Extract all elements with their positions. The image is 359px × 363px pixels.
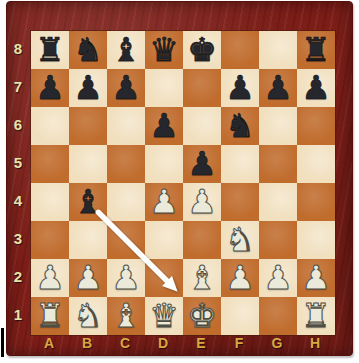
square-c7[interactable]: ♟: [107, 69, 145, 107]
white-pawn-a2[interactable]: ♟: [35, 259, 65, 297]
square-d3[interactable]: [145, 221, 183, 259]
square-g3[interactable]: [259, 221, 297, 259]
file-label-g: G: [258, 334, 296, 354]
square-e2[interactable]: ♝: [183, 259, 221, 297]
square-d4[interactable]: ♟: [145, 183, 183, 221]
square-g4[interactable]: [259, 183, 297, 221]
square-c3[interactable]: [107, 221, 145, 259]
square-f6[interactable]: ♞: [221, 107, 259, 145]
chess-diagram: 87654321 ABCDEFGH ♜♞♝♛♚♜♟♟♟♟♟♟♟♞♟♝♟♟♞♟♟♟…: [0, 0, 359, 363]
file-label-b: B: [68, 334, 106, 354]
black-bishop-c8[interactable]: ♝: [111, 31, 141, 69]
square-e3[interactable]: [183, 221, 221, 259]
white-rook-a1[interactable]: ♜: [35, 297, 65, 335]
file-label-c: C: [106, 334, 144, 354]
square-b5[interactable]: [69, 145, 107, 183]
white-knight-b1[interactable]: ♞: [73, 297, 103, 335]
white-king-e1[interactable]: ♚: [187, 297, 217, 335]
rank-label-6: 6: [6, 106, 30, 144]
square-g5[interactable]: [259, 145, 297, 183]
square-b4[interactable]: ♝: [69, 183, 107, 221]
square-b8[interactable]: ♞: [69, 31, 107, 69]
square-a7[interactable]: ♟: [31, 69, 69, 107]
black-pawn-c7[interactable]: ♟: [111, 69, 141, 107]
square-f4[interactable]: [221, 183, 259, 221]
white-pawn-h2[interactable]: ♟: [301, 259, 331, 297]
black-bishop-b4[interactable]: ♝: [73, 183, 103, 221]
rank-label-4: 4: [6, 182, 30, 220]
square-c1[interactable]: ♝: [107, 297, 145, 335]
black-rook-a8[interactable]: ♜: [35, 31, 65, 69]
white-pawn-c2[interactable]: ♟: [111, 259, 141, 297]
black-pawn-d6[interactable]: ♟: [149, 107, 179, 145]
white-queen-d1[interactable]: ♛: [149, 297, 179, 335]
white-bishop-e2[interactable]: ♝: [187, 259, 217, 297]
file-labels: ABCDEFGH: [30, 334, 334, 354]
square-d1[interactable]: ♛: [145, 297, 183, 335]
white-pawn-f2[interactable]: ♟: [225, 259, 255, 297]
rank-label-7: 7: [6, 68, 30, 106]
black-queen-d8[interactable]: ♛: [149, 31, 179, 69]
square-g2[interactable]: ♟: [259, 259, 297, 297]
square-b6[interactable]: [69, 107, 107, 145]
square-h7[interactable]: ♟: [297, 69, 335, 107]
square-h1[interactable]: ♜: [297, 297, 335, 335]
square-d6[interactable]: ♟: [145, 107, 183, 145]
black-pawn-g7[interactable]: ♟: [263, 69, 293, 107]
square-b1[interactable]: ♞: [69, 297, 107, 335]
square-g6[interactable]: [259, 107, 297, 145]
square-g7[interactable]: ♟: [259, 69, 297, 107]
square-f2[interactable]: ♟: [221, 259, 259, 297]
square-c2[interactable]: ♟: [107, 259, 145, 297]
rank-labels: 87654321: [6, 30, 30, 334]
rank-label-3: 3: [6, 220, 30, 258]
square-f5[interactable]: [221, 145, 259, 183]
square-e7[interactable]: [183, 69, 221, 107]
square-a6[interactable]: [31, 107, 69, 145]
rank-label-2: 2: [6, 258, 30, 296]
square-d8[interactable]: ♛: [145, 31, 183, 69]
square-d2[interactable]: [145, 259, 183, 297]
board: ♜♞♝♛♚♜♟♟♟♟♟♟♟♞♟♝♟♟♞♟♟♟♝♟♟♟♜♞♝♛♚♜: [30, 30, 336, 336]
square-e8[interactable]: ♚: [183, 31, 221, 69]
square-a8[interactable]: ♜: [31, 31, 69, 69]
rank-label-5: 5: [6, 144, 30, 182]
cursor-artifact: [1, 328, 4, 357]
black-pawn-e5[interactable]: ♟: [187, 145, 217, 183]
square-b2[interactable]: ♟: [69, 259, 107, 297]
square-e4[interactable]: ♟: [183, 183, 221, 221]
black-king-e8[interactable]: ♚: [187, 31, 217, 69]
square-h2[interactable]: ♟: [297, 259, 335, 297]
square-a4[interactable]: [31, 183, 69, 221]
black-pawn-h7[interactable]: ♟: [301, 69, 331, 107]
square-h8[interactable]: ♜: [297, 31, 335, 69]
square-c6[interactable]: [107, 107, 145, 145]
black-knight-b8[interactable]: ♞: [73, 31, 103, 69]
file-label-a: A: [30, 334, 68, 354]
square-b7[interactable]: ♟: [69, 69, 107, 107]
square-d5[interactable]: [145, 145, 183, 183]
square-f3[interactable]: ♞: [221, 221, 259, 259]
white-rook-h1[interactable]: ♜: [301, 297, 331, 335]
square-h5[interactable]: [297, 145, 335, 183]
black-pawn-b7[interactable]: ♟: [73, 69, 103, 107]
file-label-e: E: [182, 334, 220, 354]
white-pawn-d4[interactable]: ♟: [149, 183, 179, 221]
square-a3[interactable]: [31, 221, 69, 259]
white-pawn-g2[interactable]: ♟: [263, 259, 293, 297]
white-knight-f3[interactable]: ♞: [225, 221, 255, 259]
square-c4[interactable]: [107, 183, 145, 221]
square-g8[interactable]: [259, 31, 297, 69]
white-bishop-c1[interactable]: ♝: [111, 297, 141, 335]
white-pawn-e4[interactable]: ♟: [187, 183, 217, 221]
square-b3[interactable]: [69, 221, 107, 259]
square-f8[interactable]: [221, 31, 259, 69]
rank-label-8: 8: [6, 30, 30, 68]
file-label-d: D: [144, 334, 182, 354]
square-g1[interactable]: [259, 297, 297, 335]
white-pawn-b2[interactable]: ♟: [73, 259, 103, 297]
square-d7[interactable]: [145, 69, 183, 107]
black-pawn-a7[interactable]: ♟: [35, 69, 65, 107]
black-knight-f6[interactable]: ♞: [225, 107, 255, 145]
black-pawn-f7[interactable]: ♟: [225, 69, 255, 107]
square-e6[interactable]: [183, 107, 221, 145]
square-c8[interactable]: ♝: [107, 31, 145, 69]
square-h6[interactable]: [297, 107, 335, 145]
square-c5[interactable]: [107, 145, 145, 183]
square-h3[interactable]: [297, 221, 335, 259]
square-h4[interactable]: [297, 183, 335, 221]
square-a1[interactable]: ♜: [31, 297, 69, 335]
square-e1[interactable]: ♚: [183, 297, 221, 335]
black-rook-h8[interactable]: ♜: [301, 31, 331, 69]
square-a5[interactable]: [31, 145, 69, 183]
square-f7[interactable]: ♟: [221, 69, 259, 107]
rank-label-1: 1: [6, 296, 30, 334]
file-label-h: H: [296, 334, 334, 354]
square-f1[interactable]: [221, 297, 259, 335]
file-label-f: F: [220, 334, 258, 354]
square-e5[interactable]: ♟: [183, 145, 221, 183]
square-a2[interactable]: ♟: [31, 259, 69, 297]
